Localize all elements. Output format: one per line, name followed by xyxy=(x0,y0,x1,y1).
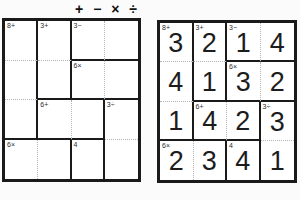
solution-digit: 3 xyxy=(227,62,260,99)
puzzle-cell-r1c1[interactable]: 8+ xyxy=(5,21,38,61)
cage-clue: 6× xyxy=(7,140,15,149)
kenken-page: + − × ÷ 8+3+3−6×6+3÷6×4 8+33+23−14416×32… xyxy=(0,0,300,200)
solution-cell-r4c1: 6×2 xyxy=(160,141,194,180)
puzzle-cell-r1c4[interactable] xyxy=(105,21,138,61)
puzzle-grid: 8+3+3−6×6+3÷6×4 xyxy=(2,18,141,182)
puzzle-cell-r4c4[interactable] xyxy=(105,140,138,180)
solution-cell-r3c2: 6+4 xyxy=(194,102,228,141)
puzzle-cell-r3c3[interactable] xyxy=(72,100,105,140)
solution-cell-r1c3: 3−1 xyxy=(227,23,261,62)
solution-cell-r2c3: 6×3 xyxy=(227,62,261,101)
puzzle-cell-r3c1[interactable] xyxy=(5,100,38,140)
solution-cell-r3c3: 2 xyxy=(227,102,261,141)
puzzle-cell-r2c1[interactable] xyxy=(5,61,38,101)
solution-digit: 1 xyxy=(194,62,226,99)
puzzle-cell-r3c4[interactable]: 3÷ xyxy=(105,100,138,140)
solution-cell-r4c2: 3 xyxy=(194,141,228,180)
solution-digit: 4 xyxy=(194,102,227,139)
puzzle-cell-r3c2[interactable]: 6+ xyxy=(38,100,71,140)
solution-grid: 8+33+23−14416×3216+423÷36×23441 xyxy=(157,20,297,183)
cage-clue: 3+ xyxy=(40,21,48,30)
puzzle-cell-r4c2[interactable] xyxy=(38,140,71,180)
puzzle-cell-r2c4[interactable] xyxy=(105,61,138,101)
solution-cell-r1c4: 4 xyxy=(261,23,295,62)
solution-digit: 2 xyxy=(160,141,193,180)
cage-clue: 6× xyxy=(74,61,82,70)
puzzle-cell-r2c3[interactable]: 6× xyxy=(72,61,105,101)
solution-digit: 4 xyxy=(261,23,295,60)
solution-digit: 1 xyxy=(227,23,260,60)
cage-clue: 3÷ xyxy=(107,100,115,109)
solution-digit: 3 xyxy=(194,141,226,180)
cage-clue: 3− xyxy=(74,21,82,30)
cage-clue: 8+ xyxy=(7,21,15,30)
puzzle-cell-r4c1[interactable]: 6× xyxy=(5,140,38,180)
solution-digit: 3 xyxy=(261,102,295,140)
solution-cell-r2c4: 2 xyxy=(261,62,295,101)
puzzle-cell-r1c3[interactable]: 3− xyxy=(72,21,105,61)
solution-digit: 4 xyxy=(160,62,192,100)
solution-digit: 2 xyxy=(227,102,259,139)
cage-clue: 4 xyxy=(74,140,78,149)
solution-cell-r2c1: 4 xyxy=(160,62,194,101)
solution-cell-r3c4: 3÷3 xyxy=(261,102,295,141)
solution-digit: 1 xyxy=(160,102,192,139)
solution-cell-r1c1: 8+3 xyxy=(160,23,194,62)
solution-cell-r1c2: 3+2 xyxy=(194,23,228,62)
solution-cell-r4c3: 44 xyxy=(227,141,261,180)
puzzle-cell-r1c2[interactable]: 3+ xyxy=(38,21,71,61)
puzzle-cell-r2c2[interactable] xyxy=(38,61,71,101)
cage-clue: 6+ xyxy=(40,100,48,109)
solution-digit: 2 xyxy=(194,23,226,61)
solution-digit: 2 xyxy=(261,62,295,99)
solution-cell-r4c4: 1 xyxy=(261,141,295,180)
solution-cell-r2c2: 1 xyxy=(194,62,228,101)
solution-cell-r3c1: 1 xyxy=(160,102,194,141)
solution-digit: 3 xyxy=(160,23,192,61)
solution-digit: 4 xyxy=(227,141,259,180)
puzzle-cell-r4c3[interactable]: 4 xyxy=(72,140,105,180)
solution-digit: 1 xyxy=(261,141,295,180)
operators-legend: + − × ÷ xyxy=(2,1,140,17)
